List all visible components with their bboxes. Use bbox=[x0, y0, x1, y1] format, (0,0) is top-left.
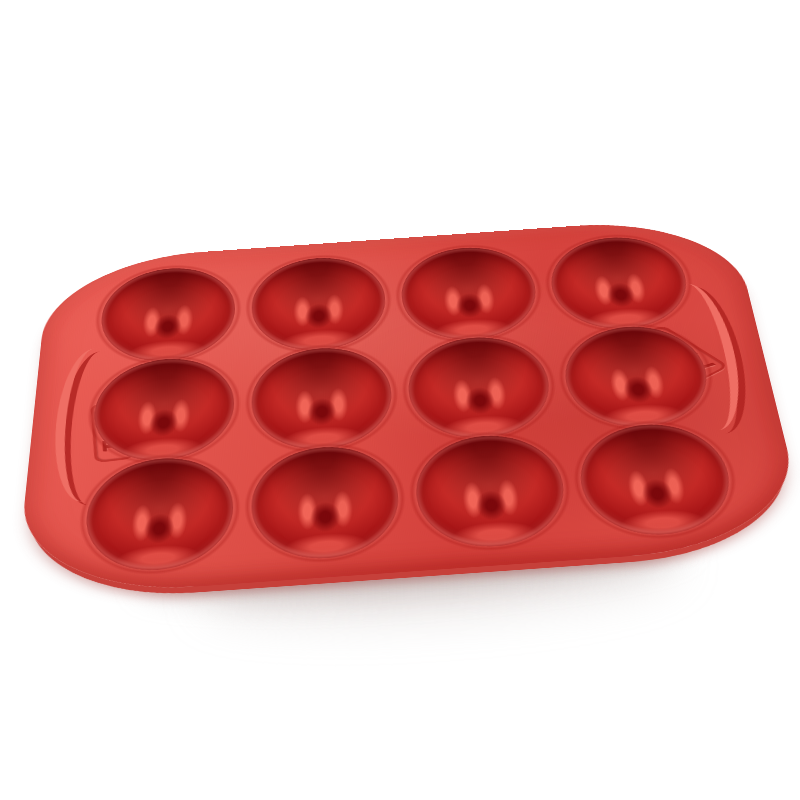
muffin-cavity bbox=[252, 344, 395, 454]
muffin-cavity bbox=[98, 264, 235, 365]
muffin-cavity bbox=[252, 254, 388, 355]
product-photo-stage: Tefal Tefal bbox=[0, 0, 800, 800]
muffin-cavity bbox=[573, 420, 740, 540]
muffin-cavity bbox=[412, 431, 571, 551]
muffin-cavity bbox=[251, 442, 401, 563]
tray-perspective-wrapper: Tefal Tefal bbox=[15, 215, 800, 599]
muffin-cavity bbox=[398, 243, 541, 343]
muffin-cavity bbox=[405, 333, 556, 443]
muffin-tray: Tefal Tefal bbox=[15, 215, 800, 599]
